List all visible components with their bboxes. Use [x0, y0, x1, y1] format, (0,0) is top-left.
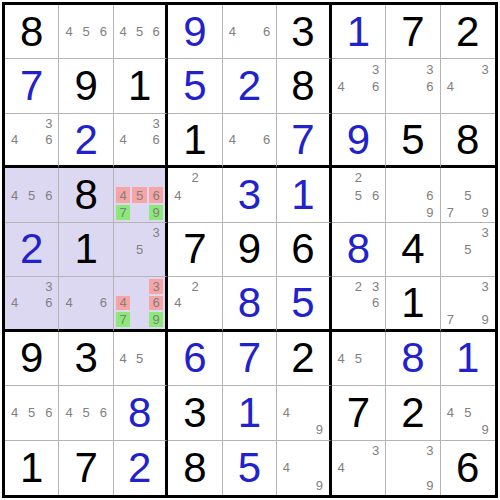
candidate-4[interactable]: 4 [170, 187, 185, 202]
candidate-4[interactable]: 4 [334, 79, 349, 94]
candidate-4[interactable]: 4 [61, 405, 76, 420]
candidate-3[interactable]: 3 [422, 443, 437, 458]
candidate-3[interactable]: 3 [478, 61, 493, 76]
candidate-6[interactable]: 6 [96, 296, 111, 310]
cell-r5c5[interactable]: 9 [223, 223, 277, 277]
solved-digit: 1 [347, 11, 370, 53]
cell-r9c2[interactable]: 7 [59, 441, 113, 495]
candidate-empty-slot [478, 79, 493, 94]
solved-digit: 2 [74, 119, 97, 161]
candidate-grid: 24 [169, 169, 220, 220]
solved-digit: 2 [20, 228, 43, 270]
candidate-empty-slot [334, 368, 349, 383]
given-digit: 4 [401, 228, 424, 270]
cell-r6c6[interactable]: 5 [277, 277, 331, 331]
candidate-7[interactable]: 7 [443, 312, 458, 326]
cell-r8c1[interactable]: 456 [5, 386, 59, 440]
given-digit: 5 [401, 119, 424, 161]
cell-r7c6[interactable]: 2 [277, 332, 331, 386]
cell-r2c4[interactable]: 5 [168, 59, 222, 113]
cell-r8c6[interactable]: 49 [277, 386, 331, 440]
candidate-empty-slot [187, 312, 202, 326]
candidate-empty-slot [149, 368, 163, 383]
candidate-4[interactable]: 4 [334, 351, 349, 366]
candidate-grid: 456 [6, 169, 57, 220]
cell-r6c5[interactable]: 8 [223, 277, 277, 331]
candidate-4[interactable]: 4 [116, 187, 130, 202]
candidate-6[interactable]: 6 [41, 296, 56, 310]
candidate-empty-slot [388, 443, 403, 458]
candidate-7[interactable]: 7 [116, 205, 130, 220]
candidate-empty-slot [132, 205, 146, 220]
candidate-4[interactable]: 4 [334, 460, 349, 475]
candidate-4[interactable]: 4 [7, 405, 22, 420]
candidate-empty-slot [132, 116, 146, 130]
candidate-6[interactable]: 6 [149, 296, 163, 310]
cell-r5c7[interactable]: 8 [332, 223, 386, 277]
given-digit: 6 [456, 447, 479, 489]
candidate-empty-slot [96, 279, 111, 293]
candidate-4[interactable]: 4 [7, 132, 22, 146]
candidate-empty-slot [24, 312, 39, 326]
candidate-4[interactable]: 4 [61, 296, 76, 310]
candidate-empty-slot [422, 96, 437, 111]
candidate-7[interactable]: 7 [116, 312, 130, 326]
candidate-empty-slot [460, 312, 475, 326]
candidate-empty-slot [460, 96, 475, 111]
candidate-4[interactable]: 4 [443, 79, 458, 94]
candidate-empty-slot [259, 116, 274, 130]
candidate-4[interactable]: 4 [443, 405, 458, 420]
candidate-2[interactable]: 2 [351, 170, 366, 185]
given-digit: 9 [238, 228, 261, 270]
candidate-6[interactable]: 6 [96, 405, 111, 420]
cell-r1c4[interactable]: 9 [168, 5, 222, 59]
candidate-4[interactable]: 4 [225, 132, 240, 146]
candidate-3[interactable]: 3 [149, 225, 163, 240]
cell-r3c2[interactable]: 2 [59, 114, 113, 168]
candidate-empty-slot [149, 170, 163, 185]
cell-r3c6[interactable]: 7 [277, 114, 331, 168]
candidate-9[interactable]: 9 [478, 205, 493, 220]
candidate-9[interactable]: 9 [478, 422, 493, 437]
candidate-4[interactable]: 4 [279, 405, 293, 420]
candidate-3[interactable]: 3 [149, 116, 163, 130]
candidate-empty-slot [351, 96, 366, 111]
solved-digit: 2 [238, 65, 261, 107]
candidate-empty-slot [79, 388, 94, 403]
candidate-2[interactable]: 2 [187, 170, 202, 185]
cell-r9c5[interactable]: 5 [223, 441, 277, 495]
candidate-grid: 45 [333, 333, 384, 384]
candidate-empty-slot [388, 170, 403, 185]
candidate-empty-slot [96, 7, 111, 22]
candidate-empty-slot [443, 225, 458, 240]
cell-r6c2[interactable]: 46 [59, 277, 113, 331]
candidate-empty-slot [225, 41, 240, 56]
cell-r6c1[interactable]: 346 [5, 277, 59, 331]
candidate-6[interactable]: 6 [149, 187, 163, 202]
solved-digit: 8 [128, 392, 151, 434]
cell-r2c9[interactable]: 34 [441, 59, 495, 113]
candidate-empty-slot [61, 41, 76, 56]
candidate-grid: 346 [115, 115, 164, 164]
candidate-2[interactable]: 2 [187, 279, 202, 293]
cell-r4c6[interactable]: 1 [277, 168, 331, 222]
cell-r1c9[interactable]: 2 [441, 5, 495, 59]
candidate-4[interactable]: 4 [116, 351, 130, 366]
candidate-empty-slot [460, 388, 475, 403]
cell-r7c9[interactable]: 1 [441, 332, 495, 386]
cell-r3c7[interactable]: 9 [332, 114, 386, 168]
candidate-6[interactable]: 6 [259, 24, 274, 39]
candidate-2[interactable]: 2 [351, 279, 366, 293]
given-digit: 7 [74, 447, 97, 489]
candidate-5[interactable]: 5 [132, 24, 146, 39]
candidate-3[interactable]: 3 [41, 116, 56, 130]
candidate-9[interactable]: 9 [149, 205, 163, 220]
candidate-empty-slot [61, 388, 76, 403]
cell-r9c1[interactable]: 1 [5, 441, 59, 495]
candidate-empty-slot [7, 170, 22, 185]
candidate-empty-slot [149, 334, 163, 349]
cell-r5c2[interactable]: 1 [59, 223, 113, 277]
cell-r8c4[interactable]: 3 [168, 386, 222, 440]
candidate-5[interactable]: 5 [79, 24, 94, 39]
candidate-empty-slot [368, 312, 383, 326]
candidate-4[interactable]: 4 [116, 296, 130, 310]
cell-r3c4[interactable]: 1 [168, 114, 222, 168]
given-digit: 1 [401, 282, 424, 324]
cell-r9c3[interactable]: 2 [114, 441, 168, 495]
candidate-empty-slot [405, 443, 420, 458]
cell-r3c8[interactable]: 5 [386, 114, 440, 168]
given-digit: 1 [20, 447, 43, 489]
cell-r4c8[interactable]: 69 [386, 168, 440, 222]
candidate-6[interactable]: 6 [368, 296, 383, 310]
cell-r1c3[interactable]: 456 [114, 5, 168, 59]
candidate-empty-slot [96, 422, 111, 437]
cell-r7c1[interactable]: 9 [5, 332, 59, 386]
candidate-empty-slot [96, 41, 111, 56]
cell-r8c8[interactable]: 2 [386, 386, 440, 440]
candidate-6[interactable]: 6 [96, 24, 111, 39]
candidate-grid: 69 [387, 169, 438, 220]
candidate-4[interactable]: 4 [116, 24, 130, 39]
candidate-grid: 49 [278, 387, 327, 438]
candidate-3[interactable]: 3 [478, 279, 493, 293]
candidate-empty-slot [41, 422, 56, 437]
candidate-empty-slot [41, 149, 56, 163]
candidate-6[interactable]: 6 [41, 405, 56, 420]
cell-r3c1[interactable]: 346 [5, 114, 59, 168]
cell-r7c8[interactable]: 8 [386, 332, 440, 386]
candidate-4[interactable]: 4 [116, 132, 130, 146]
candidate-empty-slot [205, 170, 220, 185]
candidate-empty-slot [24, 205, 39, 220]
candidate-grid: 459 [442, 387, 494, 438]
candidate-empty-slot [7, 149, 22, 163]
candidate-empty-slot [79, 312, 94, 326]
candidate-empty-slot [7, 422, 22, 437]
cell-r8c7[interactable]: 7 [332, 386, 386, 440]
candidate-6[interactable]: 6 [41, 187, 56, 202]
cell-r9c6[interactable]: 49 [277, 441, 331, 495]
candidate-grid: 34 [333, 442, 384, 494]
candidate-empty-slot [225, 149, 240, 163]
candidate-5[interactable]: 5 [24, 187, 39, 202]
candidate-4[interactable]: 4 [225, 24, 240, 39]
candidate-grid: 45679 [115, 169, 164, 220]
candidate-empty-slot [368, 170, 383, 185]
candidate-grid: 346 [6, 278, 57, 327]
candidate-grid: 46 [224, 6, 275, 57]
cell-r4c5[interactable]: 3 [223, 168, 277, 222]
candidate-9[interactable]: 9 [312, 422, 326, 437]
candidate-6[interactable]: 6 [422, 187, 437, 202]
candidate-6[interactable]: 6 [41, 132, 56, 146]
candidate-empty-slot [149, 41, 163, 56]
cell-r3c3[interactable]: 346 [114, 114, 168, 168]
cell-r1c7[interactable]: 1 [332, 5, 386, 59]
candidate-empty-slot [149, 242, 163, 257]
cell-r5c3[interactable]: 35 [114, 223, 168, 277]
candidate-3[interactable]: 3 [368, 61, 383, 76]
cell-r1c8[interactable]: 7 [386, 5, 440, 59]
candidate-empty-slot [116, 170, 130, 185]
candidate-5[interactable]: 5 [351, 351, 366, 366]
cell-r4c9[interactable]: 579 [441, 168, 495, 222]
candidate-empty-slot [225, 7, 240, 22]
given-digit: 8 [20, 11, 43, 53]
candidate-empty-slot [368, 478, 383, 493]
cell-r7c4[interactable]: 6 [168, 332, 222, 386]
candidate-empty-slot [279, 388, 293, 403]
candidate-5[interactable]: 5 [24, 405, 39, 420]
candidate-empty-slot [132, 132, 146, 146]
candidate-empty-slot [460, 422, 475, 437]
cell-r2c2[interactable]: 9 [59, 59, 113, 113]
candidate-5[interactable]: 5 [460, 405, 475, 420]
candidate-empty-slot [351, 368, 366, 383]
candidate-empty-slot [187, 296, 202, 310]
candidate-empty-slot [24, 170, 39, 185]
candidate-5[interactable]: 5 [351, 187, 366, 202]
candidate-empty-slot [334, 205, 349, 220]
solved-digit: 6 [183, 337, 206, 379]
cell-r5c8[interactable]: 4 [386, 223, 440, 277]
solved-digit: 7 [20, 65, 43, 107]
cell-r2c5[interactable]: 2 [223, 59, 277, 113]
candidate-3[interactable]: 3 [422, 61, 437, 76]
candidate-empty-slot [368, 96, 383, 111]
candidate-empty-slot [7, 388, 22, 403]
candidate-empty-slot [443, 296, 458, 310]
cell-r2c7[interactable]: 346 [332, 59, 386, 113]
candidate-grid: 49 [278, 442, 327, 494]
candidate-empty-slot [422, 460, 437, 475]
given-digit: 8 [456, 119, 479, 161]
candidate-9[interactable]: 9 [149, 312, 163, 326]
candidate-9[interactable]: 9 [422, 478, 437, 493]
candidate-empty-slot [334, 279, 349, 293]
cell-r1c2[interactable]: 456 [59, 5, 113, 59]
candidate-grid: 46 [60, 278, 111, 327]
cell-r4c7[interactable]: 256 [332, 168, 386, 222]
cell-r2c1[interactable]: 7 [5, 59, 59, 113]
candidate-empty-slot [334, 334, 349, 349]
candidate-empty-slot [149, 7, 163, 22]
candidate-empty-slot [334, 296, 349, 310]
candidate-5[interactable]: 5 [132, 187, 146, 202]
candidate-empty-slot [132, 334, 146, 349]
cell-r3c5[interactable]: 46 [223, 114, 277, 168]
candidate-6[interactable]: 6 [422, 79, 437, 94]
candidate-empty-slot [96, 312, 111, 326]
candidate-grid: 24 [169, 278, 220, 327]
cell-r7c3[interactable]: 45 [114, 332, 168, 386]
candidate-4[interactable]: 4 [170, 296, 185, 310]
cell-r9c8[interactable]: 39 [386, 441, 440, 495]
given-digit: 1 [128, 65, 151, 107]
candidate-empty-slot [443, 279, 458, 293]
candidate-empty-slot [478, 96, 493, 111]
cell-r6c4[interactable]: 24 [168, 277, 222, 331]
solved-digit: 9 [347, 119, 370, 161]
solved-digit: 8 [238, 282, 261, 324]
candidate-grid: 34 [442, 60, 494, 111]
candidate-6[interactable]: 6 [149, 132, 163, 146]
candidate-empty-slot [405, 61, 420, 76]
candidate-empty-slot [116, 279, 130, 293]
candidate-3[interactable]: 3 [368, 279, 383, 293]
candidate-4[interactable]: 4 [7, 296, 22, 310]
candidate-3[interactable]: 3 [368, 443, 383, 458]
candidate-empty-slot [460, 225, 475, 240]
solved-digit: 9 [183, 11, 206, 53]
cell-r7c2[interactable]: 3 [59, 332, 113, 386]
candidate-empty-slot [79, 7, 94, 22]
candidate-6[interactable]: 6 [368, 187, 383, 202]
candidate-empty-slot [460, 61, 475, 76]
cell-r1c6[interactable]: 3 [277, 5, 331, 59]
candidate-3[interactable]: 3 [478, 225, 493, 240]
cell-r8c3[interactable]: 8 [114, 386, 168, 440]
candidate-empty-slot [24, 279, 39, 293]
candidate-4[interactable]: 4 [7, 187, 22, 202]
candidate-9[interactable]: 9 [422, 205, 437, 220]
candidate-empty-slot [132, 259, 146, 274]
candidate-empty-slot [116, 334, 130, 349]
candidate-9[interactable]: 9 [478, 312, 493, 326]
solved-digit: 1 [291, 174, 314, 216]
candidate-empty-slot [170, 170, 185, 185]
cell-r2c6[interactable]: 8 [277, 59, 331, 113]
cell-r8c9[interactable]: 459 [441, 386, 495, 440]
cell-r5c4[interactable]: 7 [168, 223, 222, 277]
cell-r6c9[interactable]: 379 [441, 277, 495, 331]
cell-r9c7[interactable]: 34 [332, 441, 386, 495]
candidate-empty-slot [116, 7, 130, 22]
candidate-6[interactable]: 6 [368, 79, 383, 94]
cell-r5c1[interactable]: 2 [5, 223, 59, 277]
cell-r4c4[interactable]: 24 [168, 168, 222, 222]
candidate-5[interactable]: 5 [132, 242, 146, 257]
candidate-empty-slot [443, 259, 458, 274]
candidate-empty-slot [443, 422, 458, 437]
candidate-empty-slot [132, 225, 146, 240]
cell-r2c8[interactable]: 36 [386, 59, 440, 113]
cell-r8c2[interactable]: 456 [59, 386, 113, 440]
candidate-empty-slot [388, 187, 403, 202]
candidate-grid: 456 [115, 6, 164, 57]
candidate-empty-slot [351, 61, 366, 76]
candidate-3[interactable]: 3 [149, 279, 163, 293]
candidate-5[interactable]: 5 [460, 187, 475, 202]
candidate-empty-slot [334, 478, 349, 493]
candidate-empty-slot [116, 225, 130, 240]
cell-r6c8[interactable]: 1 [386, 277, 440, 331]
cell-r9c9[interactable]: 6 [441, 441, 495, 495]
cell-r2c3[interactable]: 1 [114, 59, 168, 113]
candidate-empty-slot [242, 24, 257, 39]
candidate-4[interactable]: 4 [61, 24, 76, 39]
candidate-grid: 456 [60, 387, 111, 438]
cell-r7c5[interactable]: 7 [223, 332, 277, 386]
cell-r4c2[interactable]: 8 [59, 168, 113, 222]
cell-r5c9[interactable]: 35 [441, 223, 495, 277]
cell-r7c7[interactable]: 45 [332, 332, 386, 386]
cell-r3c9[interactable]: 8 [441, 114, 495, 168]
candidate-empty-slot [351, 460, 366, 475]
candidate-empty-slot [405, 460, 420, 475]
cell-r5c6[interactable]: 6 [277, 223, 331, 277]
cell-r4c1[interactable]: 456 [5, 168, 59, 222]
candidate-6[interactable]: 6 [259, 132, 274, 146]
candidate-empty-slot [259, 149, 274, 163]
cell-r6c7[interactable]: 236 [332, 277, 386, 331]
candidate-9[interactable]: 9 [312, 478, 326, 493]
candidate-empty-slot [334, 96, 349, 111]
candidate-empty-slot [368, 205, 383, 220]
candidate-empty-slot [205, 187, 220, 202]
candidate-6[interactable]: 6 [149, 24, 163, 39]
candidate-empty-slot [7, 116, 22, 130]
cell-r4c3[interactable]: 45679 [114, 168, 168, 222]
cell-r1c1[interactable]: 8 [5, 5, 59, 59]
cell-r6c3[interactable]: 34679 [114, 277, 168, 331]
candidate-7[interactable]: 7 [443, 205, 458, 220]
cell-r1c5[interactable]: 46 [223, 5, 277, 59]
candidate-empty-slot [460, 205, 475, 220]
candidate-3[interactable]: 3 [41, 279, 56, 293]
candidate-4[interactable]: 4 [279, 460, 293, 475]
candidate-empty-slot [443, 242, 458, 257]
candidate-empty-slot [205, 296, 220, 310]
candidate-grid: 379 [442, 278, 494, 327]
candidate-5[interactable]: 5 [79, 405, 94, 420]
candidate-empty-slot [443, 388, 458, 403]
candidate-empty-slot [242, 116, 257, 130]
given-digit: 3 [74, 337, 97, 379]
cell-r8c5[interactable]: 1 [223, 386, 277, 440]
candidate-empty-slot [460, 279, 475, 293]
candidate-empty-slot [351, 478, 366, 493]
candidate-5[interactable]: 5 [132, 351, 146, 366]
candidate-5[interactable]: 5 [460, 242, 475, 257]
cell-r9c4[interactable]: 8 [168, 441, 222, 495]
sudoku-board: 8456456946317279152834636343462346146795… [2, 2, 498, 498]
